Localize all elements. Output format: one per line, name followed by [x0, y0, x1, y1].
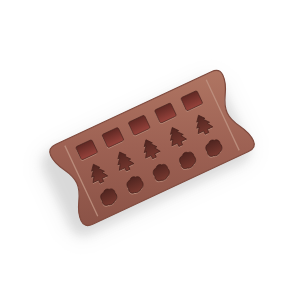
photo-background: [0, 0, 300, 300]
chocolate-mold: [40, 60, 264, 235]
